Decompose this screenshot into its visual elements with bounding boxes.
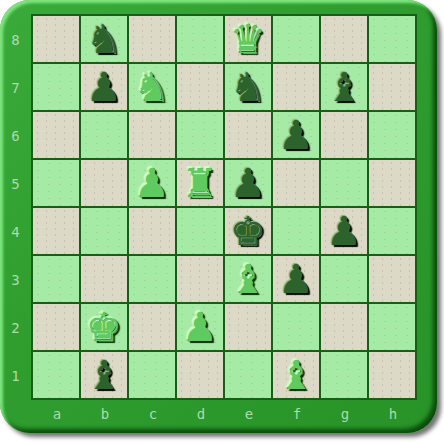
square-g2[interactable] <box>321 304 367 350</box>
square-a7[interactable] <box>33 64 79 110</box>
square-d1[interactable] <box>177 352 223 398</box>
square-g6[interactable] <box>321 112 367 158</box>
square-h8[interactable] <box>369 16 415 62</box>
square-g7[interactable]: ♝ <box>321 64 367 110</box>
file-labels: abcdefgh <box>33 401 417 427</box>
rank-label-3: 3 <box>0 256 31 304</box>
square-e5[interactable]: ♟ <box>225 160 271 206</box>
file-label-b: b <box>81 401 129 427</box>
square-b3[interactable] <box>81 256 127 302</box>
rank-label-8: 8 <box>0 16 31 64</box>
square-b5[interactable] <box>81 160 127 206</box>
square-e2[interactable] <box>225 304 271 350</box>
square-d3[interactable] <box>177 256 223 302</box>
square-c3[interactable] <box>129 256 175 302</box>
square-a4[interactable] <box>33 208 79 254</box>
piece-white-knight[interactable]: ♞ <box>134 65 170 109</box>
piece-white-rook[interactable]: ♜ <box>182 161 218 205</box>
square-d7[interactable] <box>177 64 223 110</box>
rank-label-4: 4 <box>0 208 31 256</box>
square-b6[interactable] <box>81 112 127 158</box>
square-a3[interactable] <box>33 256 79 302</box>
square-a6[interactable] <box>33 112 79 158</box>
rank-label-7: 7 <box>0 64 31 112</box>
piece-white-bishop[interactable]: ♝ <box>230 257 266 301</box>
square-c4[interactable] <box>129 208 175 254</box>
square-b2[interactable]: ♚ <box>81 304 127 350</box>
square-a1[interactable] <box>33 352 79 398</box>
piece-black-bishop[interactable]: ♝ <box>86 353 122 397</box>
square-h2[interactable] <box>369 304 415 350</box>
square-h7[interactable] <box>369 64 415 110</box>
rank-labels: 87654321 <box>0 16 31 400</box>
square-g4[interactable]: ♟ <box>321 208 367 254</box>
square-g8[interactable] <box>321 16 367 62</box>
file-label-f: f <box>273 401 321 427</box>
piece-black-pawn[interactable]: ♟ <box>326 209 362 253</box>
chess-board: ♞♛♟♞♞♝♟♟♜♟♚♟♝♟♚♟♝♝ <box>31 14 417 400</box>
square-f8[interactable] <box>273 16 319 62</box>
piece-black-knight[interactable]: ♞ <box>86 17 122 61</box>
square-f3[interactable]: ♟ <box>273 256 319 302</box>
square-b8[interactable]: ♞ <box>81 16 127 62</box>
square-f4[interactable] <box>273 208 319 254</box>
piece-white-bishop[interactable]: ♝ <box>278 353 314 397</box>
square-c6[interactable] <box>129 112 175 158</box>
square-b4[interactable] <box>81 208 127 254</box>
square-a8[interactable] <box>33 16 79 62</box>
piece-white-pawn[interactable]: ♟ <box>134 161 170 205</box>
file-label-h: h <box>369 401 417 427</box>
square-d6[interactable] <box>177 112 223 158</box>
square-g5[interactable] <box>321 160 367 206</box>
square-d5[interactable]: ♜ <box>177 160 223 206</box>
piece-black-pawn[interactable]: ♟ <box>230 161 266 205</box>
square-e6[interactable] <box>225 112 271 158</box>
piece-white-king[interactable]: ♚ <box>86 305 122 349</box>
square-f7[interactable] <box>273 64 319 110</box>
square-e3[interactable]: ♝ <box>225 256 271 302</box>
piece-black-pawn[interactable]: ♟ <box>86 65 122 109</box>
square-d2[interactable]: ♟ <box>177 304 223 350</box>
square-h5[interactable] <box>369 160 415 206</box>
square-f2[interactable] <box>273 304 319 350</box>
square-c5[interactable]: ♟ <box>129 160 175 206</box>
file-label-c: c <box>129 401 177 427</box>
rank-label-6: 6 <box>0 112 31 160</box>
square-f1[interactable]: ♝ <box>273 352 319 398</box>
square-a2[interactable] <box>33 304 79 350</box>
piece-white-queen[interactable]: ♛ <box>230 17 266 61</box>
square-f6[interactable]: ♟ <box>273 112 319 158</box>
file-label-g: g <box>321 401 369 427</box>
rank-label-1: 1 <box>0 352 31 400</box>
piece-black-knight[interactable]: ♞ <box>230 65 266 109</box>
file-label-e: e <box>225 401 273 427</box>
square-c8[interactable] <box>129 16 175 62</box>
piece-black-pawn[interactable]: ♟ <box>278 113 314 157</box>
square-e1[interactable] <box>225 352 271 398</box>
rank-label-2: 2 <box>0 304 31 352</box>
square-g3[interactable] <box>321 256 367 302</box>
board-frame: 87654321 ♞♛♟♞♞♝♟♟♜♟♚♟♝♟♚♟♝♝ abcdefgh <box>0 0 437 433</box>
file-label-d: d <box>177 401 225 427</box>
piece-black-pawn[interactable]: ♟ <box>278 257 314 301</box>
square-e7[interactable]: ♞ <box>225 64 271 110</box>
piece-black-bishop[interactable]: ♝ <box>326 65 362 109</box>
square-g1[interactable] <box>321 352 367 398</box>
file-label-a: a <box>33 401 81 427</box>
square-c1[interactable] <box>129 352 175 398</box>
square-h6[interactable] <box>369 112 415 158</box>
square-c2[interactable] <box>129 304 175 350</box>
rank-label-5: 5 <box>0 160 31 208</box>
square-e4[interactable]: ♚ <box>225 208 271 254</box>
piece-white-pawn[interactable]: ♟ <box>182 305 218 349</box>
square-h4[interactable] <box>369 208 415 254</box>
square-a5[interactable] <box>33 160 79 206</box>
square-d4[interactable] <box>177 208 223 254</box>
square-b7[interactable]: ♟ <box>81 64 127 110</box>
square-c7[interactable]: ♞ <box>129 64 175 110</box>
chess-app: 87654321 ♞♛♟♞♞♝♟♟♜♟♚♟♝♟♚♟♝♝ abcdefgh <box>0 0 444 442</box>
square-f5[interactable] <box>273 160 319 206</box>
square-h3[interactable] <box>369 256 415 302</box>
square-h1[interactable] <box>369 352 415 398</box>
piece-black-king[interactable]: ♚ <box>230 209 266 253</box>
square-e8[interactable]: ♛ <box>225 16 271 62</box>
square-b1[interactable]: ♝ <box>81 352 127 398</box>
square-d8[interactable] <box>177 16 223 62</box>
